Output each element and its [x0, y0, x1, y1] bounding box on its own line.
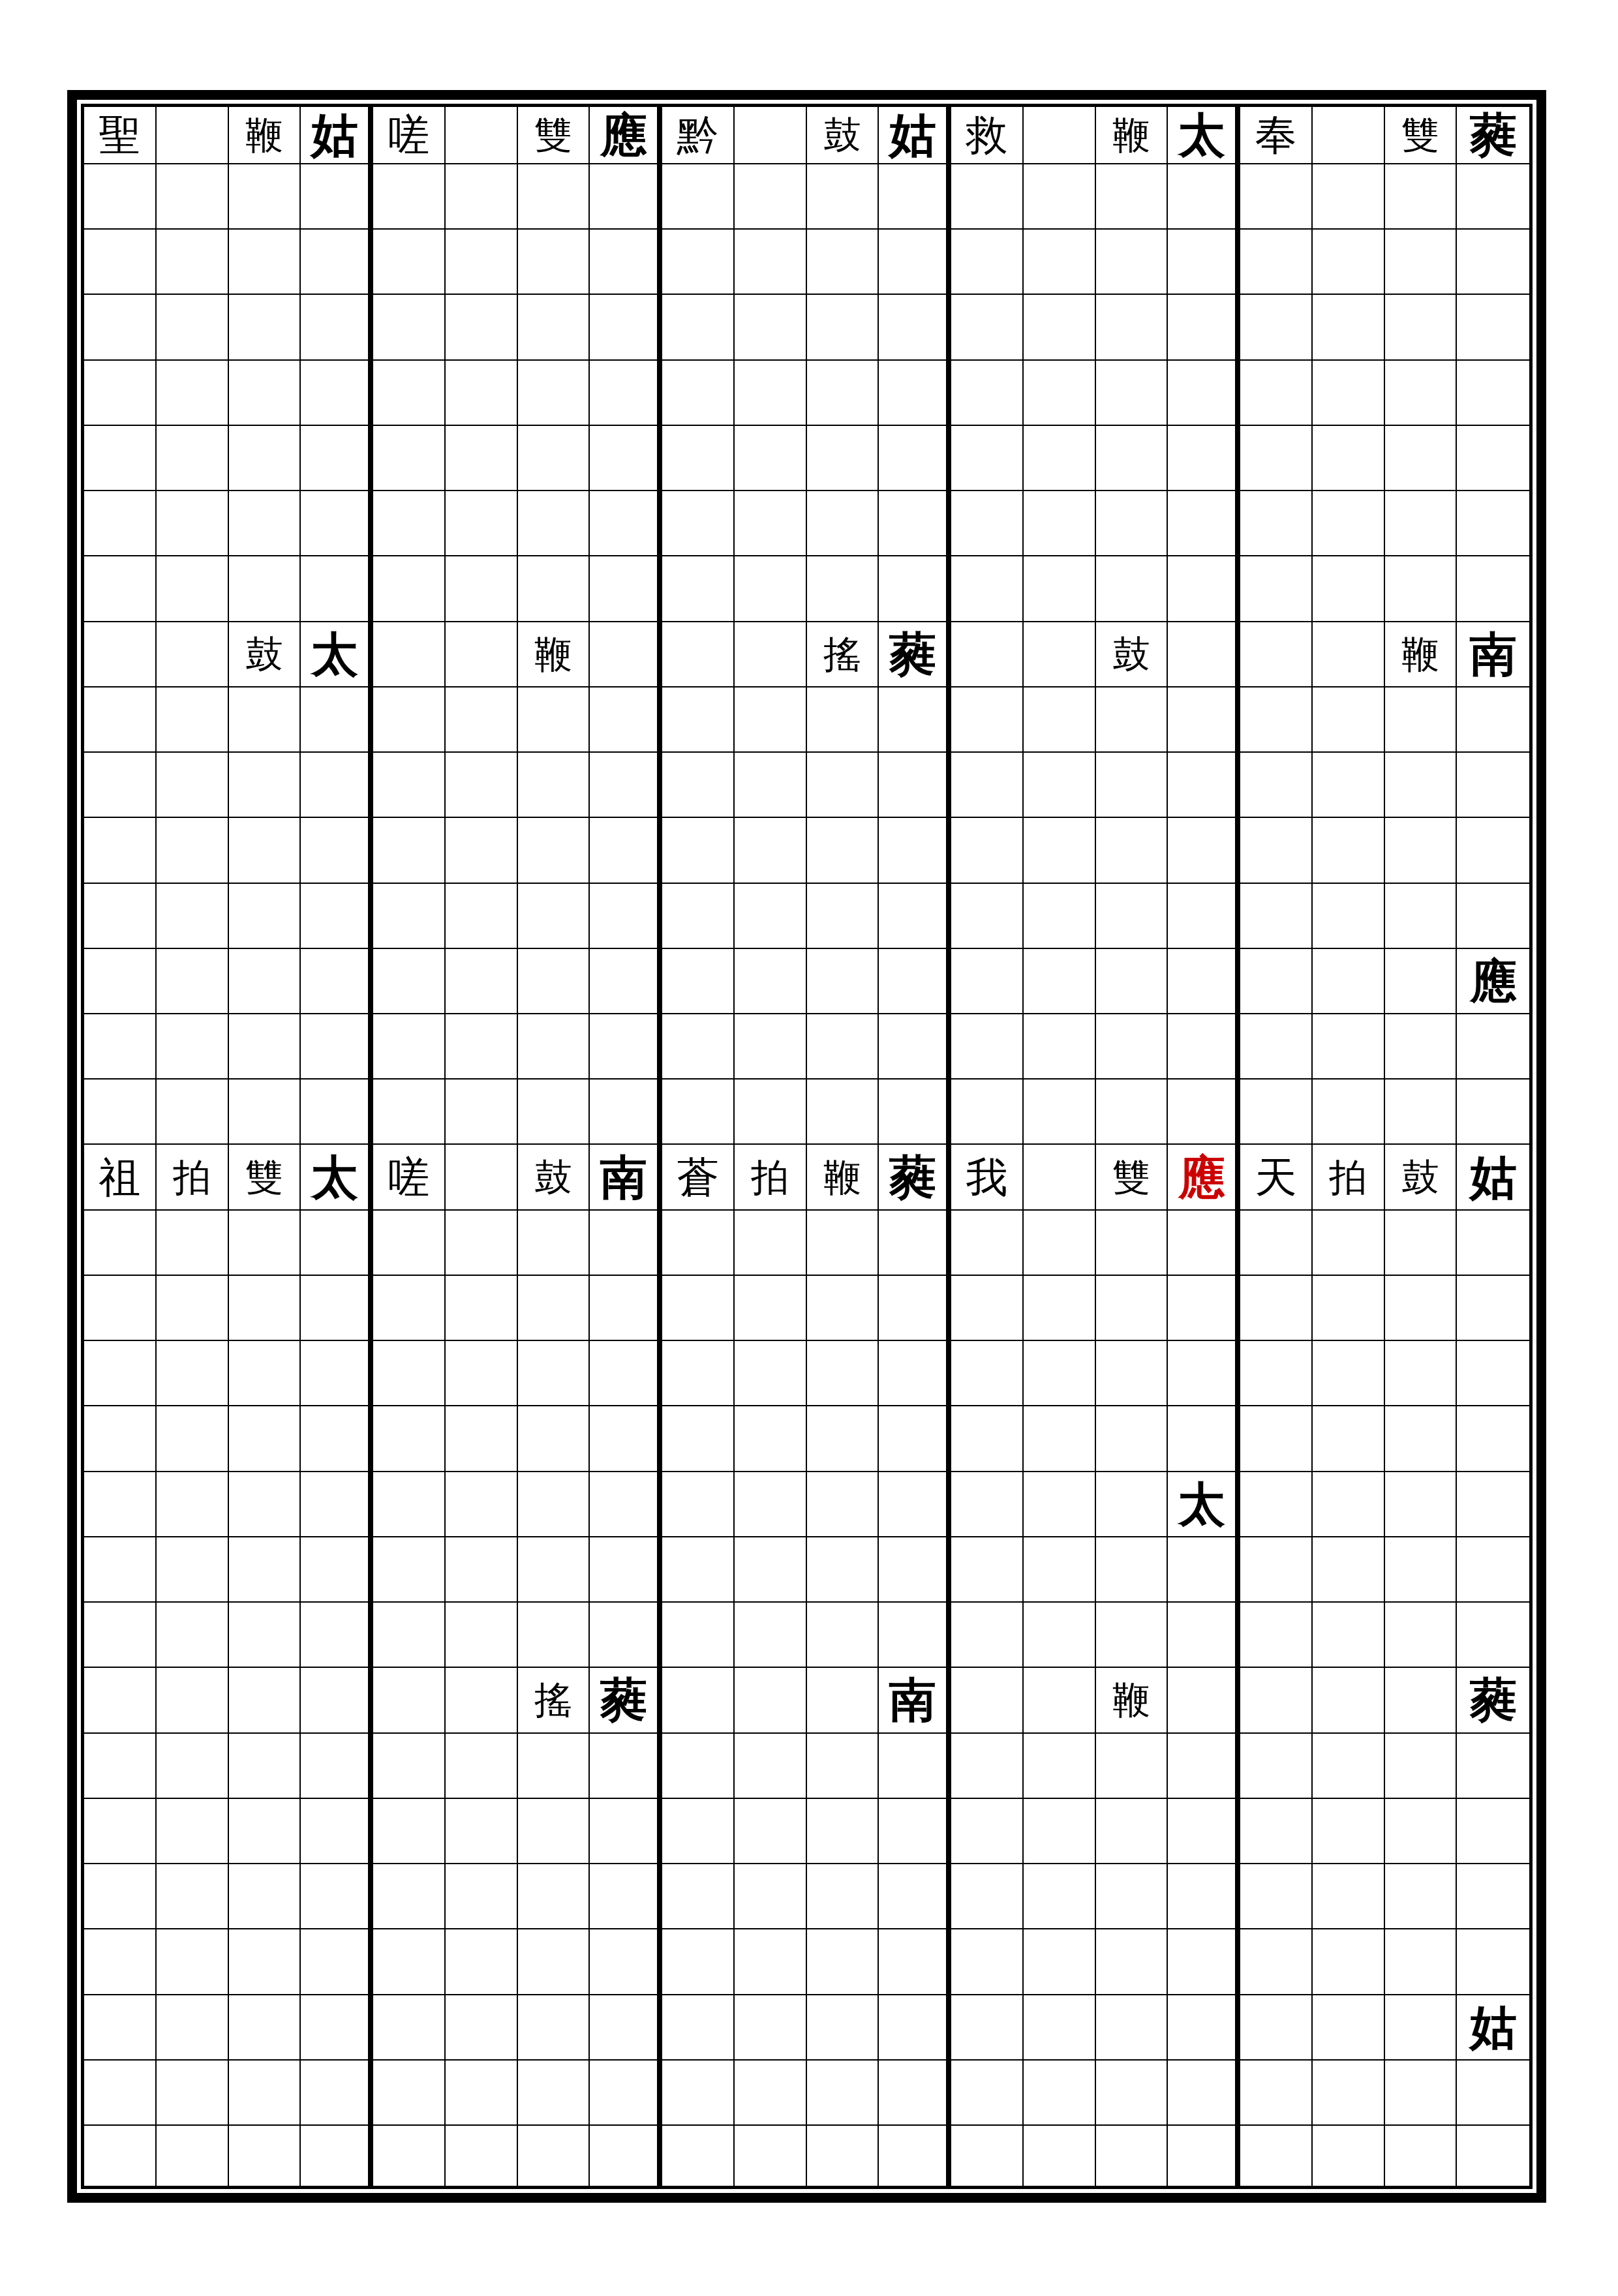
grid-cell: [1240, 1211, 1313, 1276]
grid-cell: [1096, 1799, 1168, 1864]
pitch-char: 蕤: [889, 631, 936, 678]
grid-cell: [518, 1014, 590, 1080]
lyric-char: 天: [1255, 1156, 1296, 1198]
grid-cell: [84, 1080, 157, 1145]
grid-cell: [735, 1341, 807, 1406]
pitch-char: 應: [600, 112, 647, 159]
grid-cell: 黔: [662, 107, 735, 164]
grid-cell: [1457, 164, 1529, 230]
grid-cell: [1024, 1145, 1096, 1210]
grid-cell: [1168, 361, 1240, 426]
grid-cell: [1096, 1080, 1168, 1145]
pitch-char: 姑: [311, 112, 358, 159]
grid-cell: [1168, 1537, 1240, 1603]
grid-cell: [373, 1929, 446, 1995]
grid-cell: [157, 426, 229, 491]
grid-cell: [84, 687, 157, 753]
grid-cell: [879, 949, 951, 1014]
grid-cell: [879, 230, 951, 295]
grid-cell: [1313, 1864, 1385, 1929]
grid-cell: [84, 1537, 157, 1603]
grid-cell: [951, 491, 1024, 556]
grid-cell: [735, 1603, 807, 1668]
grid-cell: [879, 1537, 951, 1603]
grid-cell: [1024, 1799, 1096, 1864]
pitch-char: 南: [600, 1154, 647, 1201]
grid-cell: [229, 1864, 301, 1929]
grid-cell: [229, 230, 301, 295]
grid-cell: [1168, 426, 1240, 491]
grid-cell: [446, 295, 518, 360]
grid-cell: [879, 1734, 951, 1799]
grid-cell: [84, 1603, 157, 1668]
lyric-char: 奉: [1255, 114, 1296, 156]
grid-cell: 南: [879, 1668, 951, 1733]
grid-cell: [157, 1341, 229, 1406]
pitch-char: 蕤: [889, 1154, 936, 1201]
grid-cell: [1024, 884, 1096, 949]
grid-cell: [84, 2061, 157, 2126]
grid-cell: [229, 1211, 301, 1276]
grid-cell: [1168, 818, 1240, 883]
grid-cell: [84, 753, 157, 818]
pitch-char: 蕤: [600, 1676, 647, 1723]
grid-cell: [1096, 1014, 1168, 1080]
lyric-char: 祖: [99, 1156, 140, 1198]
grid-cell: [1168, 1341, 1240, 1406]
grid-cell: [1457, 753, 1529, 818]
grid-cell: [662, 1734, 735, 1799]
grid-cell: [157, 1472, 229, 1537]
grid-cell: 奉: [1240, 107, 1313, 164]
grid-cell: [951, 1995, 1024, 2061]
grid-cell: [807, 1211, 879, 1276]
grid-cell: [1096, 491, 1168, 556]
grid-cell: [446, 1799, 518, 1864]
grid-cell: [807, 1472, 879, 1537]
grid-cell: [301, 1929, 373, 1995]
grid-cell: [1385, 1014, 1458, 1080]
grid-cell: [1313, 1080, 1385, 1145]
grid-cell: [1457, 884, 1529, 949]
grid-cell: [373, 1864, 446, 1929]
score-grid: 聖鞭姑嗟雙應黔鼓姑救鞭太奉雙蕤鼓太鞭搖蕤鼓鞭南應祖拍雙太嗟鼓南蒼拍鞭蕤我雙應天拍…: [84, 107, 1529, 2186]
grid-cell: [735, 361, 807, 426]
grid-cell: [879, 1603, 951, 1668]
grid-cell: [1313, 1603, 1385, 1668]
grid-cell: [301, 1864, 373, 1929]
grid-cell: [735, 1668, 807, 1733]
grid-cell: [1168, 1799, 1240, 1864]
grid-cell: [1313, 2126, 1385, 2186]
grid-cell: [879, 426, 951, 491]
grid-cell: 鞭: [1096, 107, 1168, 164]
grid-cell: [157, 622, 229, 687]
grid-cell: [735, 107, 807, 164]
grid-cell: [807, 556, 879, 622]
grid-cell: [590, 622, 662, 687]
grid-cell: [1240, 1603, 1313, 1668]
grid-cell: [1385, 1799, 1458, 1864]
grid-cell: [1313, 753, 1385, 818]
grid-cell: [518, 1211, 590, 1276]
grid-cell: [879, 753, 951, 818]
grid-cell: [1457, 2061, 1529, 2126]
grid-cell: [1240, 818, 1313, 883]
grid-cell: 鞭: [1385, 622, 1458, 687]
lyric-char: 救: [966, 114, 1007, 156]
grid-cell: [807, 361, 879, 426]
grid-cell: [1313, 426, 1385, 491]
grid-cell: [446, 1276, 518, 1341]
grid-cell: [229, 949, 301, 1014]
percussion-char: 雙: [245, 1158, 283, 1196]
grid-cell: [662, 1864, 735, 1929]
grid-cell: [1385, 1864, 1458, 1929]
grid-cell: [84, 1211, 157, 1276]
grid-cell: [518, 1603, 590, 1668]
grid-cell: [1096, 753, 1168, 818]
grid-cell: [1240, 1341, 1313, 1406]
grid-cell: [518, 818, 590, 883]
grid-cell: [157, 491, 229, 556]
grid-cell: [1024, 1014, 1096, 1080]
grid-cell: 拍: [1313, 1145, 1385, 1210]
grid-cell: [157, 1668, 229, 1733]
grid-cell: 鼓: [1096, 622, 1168, 687]
grid-cell: [1168, 1406, 1240, 1472]
grid-cell: [662, 2126, 735, 2186]
grid-cell: [1024, 1276, 1096, 1341]
grid-cell: [157, 1864, 229, 1929]
grid-cell: [1457, 556, 1529, 622]
grid-cell: [951, 622, 1024, 687]
grid-cell: [807, 949, 879, 1014]
grid-cell: [1313, 1211, 1385, 1276]
grid-cell: [229, 2126, 301, 2186]
grid-cell: [1168, 1080, 1240, 1145]
grid-cell: [84, 622, 157, 687]
grid-cell: [590, 1603, 662, 1668]
grid-cell: [373, 1668, 446, 1733]
grid-cell: [735, 818, 807, 883]
grid-cell: 蕤: [879, 1145, 951, 1210]
grid-cell: [951, 164, 1024, 230]
grid-cell: [951, 1864, 1024, 1929]
grid-cell: [1096, 164, 1168, 230]
percussion-char: 雙: [534, 116, 572, 154]
grid-cell: [229, 1406, 301, 1472]
grid-cell: [373, 622, 446, 687]
grid-cell: [1240, 622, 1313, 687]
grid-cell: [518, 687, 590, 753]
grid-cell: [879, 1929, 951, 1995]
grid-cell: [879, 1472, 951, 1537]
grid-cell: [301, 1014, 373, 1080]
grid-cell: [446, 1472, 518, 1537]
grid-cell: [1096, 1929, 1168, 1995]
grid-cell: [373, 1799, 446, 1864]
grid-cell: [301, 1080, 373, 1145]
grid-cell: [735, 1929, 807, 1995]
grid-cell: 鞭: [1096, 1668, 1168, 1733]
grid-cell: 嗟: [373, 1145, 446, 1210]
grid-cell: [1024, 818, 1096, 883]
grid-cell: [735, 295, 807, 360]
grid-cell: [735, 884, 807, 949]
grid-cell: [807, 1276, 879, 1341]
grid-cell: [1024, 1472, 1096, 1537]
grid-cell: [229, 2061, 301, 2126]
grid-cell: [301, 1276, 373, 1341]
grid-cell: [1024, 1341, 1096, 1406]
grid-cell: 鞭: [518, 622, 590, 687]
grid-cell: [951, 1603, 1024, 1668]
grid-cell: [662, 1211, 735, 1276]
grid-cell: [807, 753, 879, 818]
grid-cell: [229, 426, 301, 491]
grid-cell: [1313, 1276, 1385, 1341]
grid-cell: [735, 1995, 807, 2061]
grid-cell: [807, 1537, 879, 1603]
grid-cell: [735, 230, 807, 295]
grid-cell: [1457, 687, 1529, 753]
grid-cell: [518, 556, 590, 622]
grid-cell: [1313, 556, 1385, 622]
grid-cell: [1096, 230, 1168, 295]
grid-cell: [951, 818, 1024, 883]
grid-cell: [84, 491, 157, 556]
grid-cell: [1385, 1995, 1458, 2061]
percussion-char: 搖: [823, 635, 861, 673]
grid-cell: [807, 2126, 879, 2186]
grid-cell: 雙: [518, 107, 590, 164]
grid-cell: [301, 426, 373, 491]
grid-cell: [1168, 1734, 1240, 1799]
grid-cell: [951, 295, 1024, 360]
grid-cell: [879, 164, 951, 230]
grid-cell: [1096, 818, 1168, 883]
pitch-char: 姑: [1470, 1154, 1517, 1201]
grid-cell: [373, 230, 446, 295]
grid-cell: [1168, 1014, 1240, 1080]
grid-cell: [1096, 1406, 1168, 1472]
grid-cell: [301, 164, 373, 230]
grid-cell: [373, 426, 446, 491]
grid-cell: [84, 1276, 157, 1341]
grid-cell: [157, 1603, 229, 1668]
grid-cell: [879, 1995, 951, 2061]
grid-cell: 蕤: [590, 1668, 662, 1733]
grid-cell: [373, 1537, 446, 1603]
grid-cell: [951, 884, 1024, 949]
percussion-char: 鞭: [1112, 1681, 1150, 1719]
grid-cell: [84, 1864, 157, 1929]
grid-cell: [1240, 949, 1313, 1014]
grid-cell: [590, 884, 662, 949]
grid-cell: [1313, 1341, 1385, 1406]
grid-cell: [807, 818, 879, 883]
grid-cell: 雙: [229, 1145, 301, 1210]
grid-cell: [373, 1472, 446, 1537]
grid-cell: [373, 556, 446, 622]
grid-cell: 太: [301, 1145, 373, 1210]
grid-cell: [1168, 1603, 1240, 1668]
percussion-char: 雙: [1401, 116, 1439, 154]
grid-cell: [446, 1145, 518, 1210]
grid-cell: [1168, 884, 1240, 949]
grid-cell: [807, 1341, 879, 1406]
pitch-char: 應: [1470, 958, 1517, 1004]
grid-cell: [157, 949, 229, 1014]
grid-cell: [1457, 491, 1529, 556]
grid-cell: 姑: [1457, 1145, 1529, 1210]
grid-cell: [807, 1929, 879, 1995]
grid-cell: [807, 295, 879, 360]
grid-cell: [157, 687, 229, 753]
grid-cell: [446, 818, 518, 883]
grid-cell: [373, 2126, 446, 2186]
grid-cell: [84, 1341, 157, 1406]
grid-cell: [1168, 2126, 1240, 2186]
grid-cell: [1385, 1929, 1458, 1995]
grid-cell: [662, 556, 735, 622]
grid-cell: [84, 295, 157, 360]
grid-cell: 蕤: [879, 622, 951, 687]
grid-cell: [1385, 1276, 1458, 1341]
grid-cell: [1385, 426, 1458, 491]
grid-cell: [1168, 164, 1240, 230]
pitch-char: 太: [311, 631, 358, 678]
grid-cell: [1240, 1537, 1313, 1603]
grid-cell: [951, 2061, 1024, 2126]
grid-cell: [518, 2126, 590, 2186]
grid-cell: [951, 2126, 1024, 2186]
grid-cell: [662, 230, 735, 295]
grid-cell: [590, 1406, 662, 1472]
grid-cell: [518, 230, 590, 295]
grid-cell: [1457, 1929, 1529, 1995]
grid-cell: [1096, 884, 1168, 949]
grid-cell: [1168, 1276, 1240, 1341]
grid-cell: [807, 884, 879, 949]
grid-cell: [662, 1929, 735, 1995]
grid-cell: [373, 1995, 446, 2061]
grid-cell: [301, 556, 373, 622]
grid-cell: [662, 884, 735, 949]
grid-cell: [590, 1799, 662, 1864]
grid-cell: [1240, 230, 1313, 295]
grid-cell: [1457, 426, 1529, 491]
grid-cell: 救: [951, 107, 1024, 164]
grid-cell: [157, 884, 229, 949]
grid-cell: [807, 1799, 879, 1864]
grid-cell: [1240, 753, 1313, 818]
grid-cell: [590, 1929, 662, 1995]
grid-cell: [373, 1603, 446, 1668]
percussion-char: 鼓: [245, 635, 283, 673]
grid-cell: [1168, 1929, 1240, 1995]
grid-cell: [951, 687, 1024, 753]
grid-cell: [879, 1799, 951, 1864]
grid-cell: [229, 1734, 301, 1799]
grid-cell: [1240, 1276, 1313, 1341]
grid-cell: [1385, 1668, 1458, 1733]
grid-cell: [1313, 361, 1385, 426]
grid-cell: [1240, 361, 1313, 426]
grid-cell: [1024, 1603, 1096, 1668]
grid-cell: [951, 1341, 1024, 1406]
lyric-char: 蒼: [677, 1156, 718, 1198]
grid-cell: [735, 491, 807, 556]
grid-cell: [807, 1080, 879, 1145]
grid-cell: 鞭: [229, 107, 301, 164]
grid-cell: [590, 2061, 662, 2126]
grid-cell: [1024, 1995, 1096, 2061]
grid-cell: [157, 1014, 229, 1080]
grid-cell: [84, 1668, 157, 1733]
percussion-char: 鼓: [534, 1158, 572, 1196]
lyric-char: 聖: [99, 114, 140, 156]
grid-cell: [590, 1537, 662, 1603]
percussion-char: 拍: [173, 1158, 211, 1196]
grid-cell: [229, 1080, 301, 1145]
grid-cell: [157, 1537, 229, 1603]
grid-cell: [1024, 1668, 1096, 1733]
grid-cell: 南: [590, 1145, 662, 1210]
grid-cell: [518, 1864, 590, 1929]
grid-cell: [84, 1995, 157, 2061]
pitch-char: 南: [1470, 631, 1517, 678]
grid-cell: [301, 491, 373, 556]
grid-cell: [951, 1080, 1024, 1145]
pitch-char: 姑: [1470, 2004, 1517, 2051]
grid-cell: [879, 361, 951, 426]
grid-cell: [518, 753, 590, 818]
grid-cell: [84, 2126, 157, 2186]
grid-cell: [1457, 1603, 1529, 1668]
grid-cell: [590, 949, 662, 1014]
grid-cell: [301, 2061, 373, 2126]
grid-cell: [735, 556, 807, 622]
percussion-char: 搖: [534, 1681, 572, 1719]
grid-cell: [735, 164, 807, 230]
grid-cell: [951, 1929, 1024, 1995]
lyric-char: 嗟: [388, 114, 429, 156]
grid-cell: [1024, 426, 1096, 491]
grid-cell: [590, 1080, 662, 1145]
grid-cell: [1240, 2061, 1313, 2126]
grid-cell: [807, 1406, 879, 1472]
lyric-char: 黔: [677, 114, 718, 156]
grid-cell: [446, 1341, 518, 1406]
grid-cell: 姑: [879, 107, 951, 164]
grid-cell: [373, 1341, 446, 1406]
grid-cell: [446, 361, 518, 426]
grid-cell: [1096, 1472, 1168, 1537]
grid-cell: [84, 1929, 157, 1995]
grid-cell: [662, 164, 735, 230]
grid-cell: [807, 426, 879, 491]
grid-cell: [1240, 1014, 1313, 1080]
grid-cell: [1457, 1734, 1529, 1799]
grid-cell: [157, 2126, 229, 2186]
grid-cell: [229, 1537, 301, 1603]
grid-cell: [1313, 1406, 1385, 1472]
grid-cell: [1313, 230, 1385, 295]
score-page: 聖鞭姑嗟雙應黔鼓姑救鞭太奉雙蕤鼓太鞭搖蕤鼓鞭南應祖拍雙太嗟鼓南蒼拍鞭蕤我雙應天拍…: [0, 0, 1618, 2296]
grid-cell: 我: [951, 1145, 1024, 1210]
